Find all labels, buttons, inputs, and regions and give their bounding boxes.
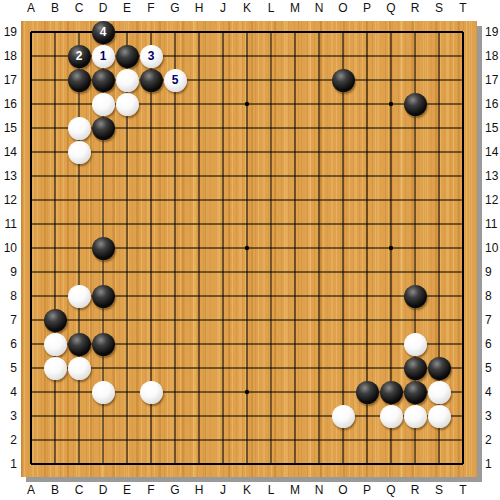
row-label-left-6: 6 <box>0 336 17 352</box>
stone-black-R8[interactable] <box>404 285 427 308</box>
stone-white-R6[interactable] <box>404 333 427 356</box>
column-label-bottom-L: L <box>259 482 283 498</box>
row-label-left-18: 18 <box>0 48 17 64</box>
stone-black-D17[interactable] <box>92 69 115 92</box>
column-label-top-G: G <box>163 0 187 16</box>
stone-white-C8[interactable] <box>68 285 91 308</box>
column-label-top-M: M <box>283 0 307 16</box>
row-label-right-9: 9 <box>485 264 500 280</box>
row-label-right-10: 10 <box>485 240 500 256</box>
stone-white-B6[interactable] <box>44 333 67 356</box>
row-label-right-8: 8 <box>485 288 500 304</box>
row-label-right-5: 5 <box>485 360 500 376</box>
stone-white-S3[interactable] <box>428 405 451 428</box>
column-label-bottom-M: M <box>283 482 307 498</box>
stone-white-S4[interactable] <box>428 381 451 404</box>
column-label-bottom-C: C <box>67 482 91 498</box>
row-label-left-9: 9 <box>0 264 17 280</box>
column-label-bottom-N: N <box>307 482 331 498</box>
row-label-right-4: 4 <box>485 384 500 400</box>
stone-black-S5[interactable] <box>428 357 451 380</box>
row-label-left-13: 13 <box>0 168 17 184</box>
stone-white-D4[interactable] <box>92 381 115 404</box>
column-label-top-S: S <box>427 0 451 16</box>
column-label-top-R: R <box>403 0 427 16</box>
column-label-top-C: C <box>67 0 91 16</box>
row-label-right-16: 16 <box>485 96 500 112</box>
move-number-D19: 4 <box>100 26 107 38</box>
column-label-bottom-Q: Q <box>379 482 403 498</box>
column-label-bottom-O: O <box>331 482 355 498</box>
stone-black-D19[interactable]: 4 <box>92 21 115 44</box>
row-label-left-12: 12 <box>0 192 17 208</box>
column-label-top-Q: Q <box>379 0 403 16</box>
column-label-bottom-E: E <box>115 482 139 498</box>
stone-white-Q3[interactable] <box>380 405 403 428</box>
move-number-G17: 5 <box>172 74 179 86</box>
stone-black-Q4[interactable] <box>380 381 403 404</box>
go-board[interactable]: 42135 <box>21 21 477 477</box>
row-label-left-11: 11 <box>0 216 17 232</box>
stone-black-B7[interactable] <box>44 309 67 332</box>
row-label-left-3: 3 <box>0 408 17 424</box>
column-label-top-F: F <box>139 0 163 16</box>
row-label-left-2: 2 <box>0 432 17 448</box>
row-label-right-18: 18 <box>485 48 500 64</box>
column-label-bottom-A: A <box>19 482 43 498</box>
row-label-right-15: 15 <box>485 120 500 136</box>
stones-grid: 42135 <box>19 20 475 476</box>
stone-white-E16[interactable] <box>116 93 139 116</box>
stone-black-D6[interactable] <box>92 333 115 356</box>
stone-black-R4[interactable] <box>404 381 427 404</box>
stone-black-R5[interactable] <box>404 357 427 380</box>
column-label-top-P: P <box>355 0 379 16</box>
stone-black-O17[interactable] <box>332 69 355 92</box>
stone-black-F17[interactable] <box>140 69 163 92</box>
column-label-top-L: L <box>259 0 283 16</box>
column-label-top-H: H <box>187 0 211 16</box>
stone-white-B5[interactable] <box>44 357 67 380</box>
column-label-bottom-B: B <box>43 482 67 498</box>
column-label-bottom-F: F <box>139 482 163 498</box>
row-label-left-7: 7 <box>0 312 17 328</box>
row-label-left-8: 8 <box>0 288 17 304</box>
stone-black-E18[interactable] <box>116 45 139 68</box>
row-label-left-15: 15 <box>0 120 17 136</box>
column-label-bottom-H: H <box>187 482 211 498</box>
row-label-left-19: 19 <box>0 24 17 40</box>
row-label-right-19: 19 <box>485 24 500 40</box>
row-label-right-11: 11 <box>485 216 500 232</box>
stone-black-P4[interactable] <box>356 381 379 404</box>
row-label-right-1: 1 <box>485 456 500 472</box>
column-label-bottom-S: S <box>427 482 451 498</box>
column-label-top-J: J <box>211 0 235 16</box>
row-label-right-7: 7 <box>485 312 500 328</box>
row-label-left-5: 5 <box>0 360 17 376</box>
row-label-right-2: 2 <box>485 432 500 448</box>
column-label-bottom-T: T <box>451 482 475 498</box>
stone-black-D10[interactable] <box>92 237 115 260</box>
stone-white-R3[interactable] <box>404 405 427 428</box>
row-label-right-12: 12 <box>485 192 500 208</box>
stone-white-D16[interactable] <box>92 93 115 116</box>
column-label-bottom-J: J <box>211 482 235 498</box>
stone-black-C18[interactable]: 2 <box>68 45 91 68</box>
stone-white-F4[interactable] <box>140 381 163 404</box>
stone-white-C14[interactable] <box>68 141 91 164</box>
column-label-top-D: D <box>91 0 115 16</box>
column-label-top-N: N <box>307 0 331 16</box>
row-label-right-3: 3 <box>485 408 500 424</box>
column-label-bottom-P: P <box>355 482 379 498</box>
row-label-right-17: 17 <box>485 72 500 88</box>
row-label-right-6: 6 <box>485 336 500 352</box>
column-label-top-T: T <box>451 0 475 16</box>
row-label-left-4: 4 <box>0 384 17 400</box>
row-label-left-16: 16 <box>0 96 17 112</box>
row-label-right-13: 13 <box>485 168 500 184</box>
row-label-left-1: 1 <box>0 456 17 472</box>
column-label-top-O: O <box>331 0 355 16</box>
move-number-D18: 1 <box>100 50 107 62</box>
row-label-left-10: 10 <box>0 240 17 256</box>
stone-black-D15[interactable] <box>92 117 115 140</box>
stone-white-C15[interactable] <box>68 117 91 140</box>
stone-white-E17[interactable] <box>116 69 139 92</box>
column-label-top-E: E <box>115 0 139 16</box>
row-label-right-14: 14 <box>485 144 500 160</box>
row-label-left-14: 14 <box>0 144 17 160</box>
stone-black-D8[interactable] <box>92 285 115 308</box>
column-label-bottom-D: D <box>91 482 115 498</box>
move-number-C18: 2 <box>76 50 83 62</box>
column-label-top-B: B <box>43 0 67 16</box>
stone-white-G17[interactable]: 5 <box>164 69 187 92</box>
stone-black-C6[interactable] <box>68 333 91 356</box>
column-label-bottom-K: K <box>235 482 259 498</box>
stone-black-R16[interactable] <box>404 93 427 116</box>
stone-white-O3[interactable] <box>332 405 355 428</box>
stone-white-F18[interactable]: 3 <box>140 45 163 68</box>
stone-white-C5[interactable] <box>68 357 91 380</box>
column-label-bottom-R: R <box>403 482 427 498</box>
column-label-bottom-G: G <box>163 482 187 498</box>
stone-white-D18[interactable]: 1 <box>92 45 115 68</box>
move-number-F18: 3 <box>148 50 155 62</box>
row-label-left-17: 17 <box>0 72 17 88</box>
stone-black-C17[interactable] <box>68 69 91 92</box>
column-label-top-A: A <box>19 0 43 16</box>
column-label-top-K: K <box>235 0 259 16</box>
